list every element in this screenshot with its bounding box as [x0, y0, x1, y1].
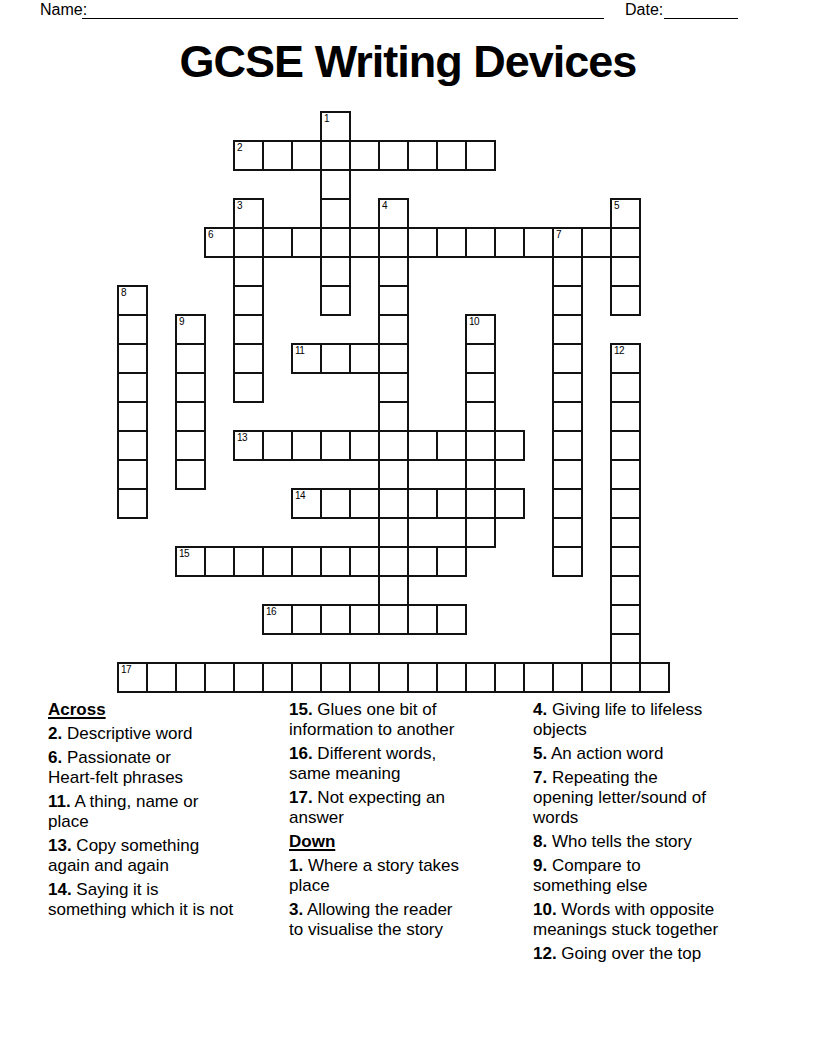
grid-cell-r19c11[interactable] — [436, 662, 467, 693]
clue-number-11: 11. — [48, 792, 71, 811]
grid-cell-r1c4[interactable]: 2 — [233, 140, 264, 171]
grid-cell-r4c9[interactable] — [378, 227, 409, 258]
clue-number-badge-2: 2 — [237, 142, 242, 153]
grid-cell-r4c14[interactable] — [523, 227, 554, 258]
grid-cell-r19c16[interactable] — [581, 662, 612, 693]
clue-2: 2. Descriptive word — [48, 724, 233, 744]
grid-cell-r5c15[interactable] — [552, 256, 583, 287]
grid-cell-r15c8[interactable] — [349, 546, 380, 577]
grid-cell-r12c12[interactable] — [465, 459, 496, 490]
grid-cell-r17c5[interactable]: 16 — [262, 604, 293, 635]
grid-cell-r3c7[interactable] — [320, 198, 351, 229]
grid-cell-r10c12[interactable] — [465, 401, 496, 432]
clue-number-badge-5: 5 — [614, 200, 619, 211]
clue-number-badge-16: 16 — [266, 606, 276, 617]
grid-cell-r15c10[interactable] — [407, 546, 438, 577]
grid-cell-r11c8[interactable] — [349, 430, 380, 461]
grid-cell-r19c12[interactable] — [465, 662, 496, 693]
clue-number-6: 6. — [48, 748, 62, 767]
grid-cell-r15c3[interactable] — [204, 546, 235, 577]
grid-cell-r3c17[interactable]: 5 — [610, 198, 641, 229]
grid-cell-r4c6[interactable] — [291, 227, 322, 258]
grid-cell-r6c0[interactable]: 8 — [117, 285, 148, 316]
grid-cell-r4c8[interactable] — [349, 227, 380, 258]
grid-cell-r17c8[interactable] — [349, 604, 380, 635]
grid-cell-r2c7[interactable] — [320, 169, 351, 200]
clues-column-right: 4. Giving life to lifeless objects5. An … — [533, 700, 718, 968]
name-label: Name: — [40, 1, 87, 19]
clues-heading-down: Down — [289, 832, 459, 852]
clue-5: 5. An action word — [533, 744, 718, 764]
clue-number-badge-13: 13 — [237, 432, 247, 443]
clue-number-badge-14: 14 — [295, 490, 305, 501]
clue-11: 11. A thing, name or place — [48, 792, 233, 832]
clue-number-badge-15: 15 — [179, 548, 189, 559]
grid-cell-r12c2[interactable] — [175, 459, 206, 490]
grid-cell-r17c6[interactable] — [291, 604, 322, 635]
clue-7: 7. Repeating the opening letter/sound of… — [533, 768, 718, 828]
grid-cell-r6c7[interactable] — [320, 285, 351, 316]
grid-cell-r19c5[interactable] — [262, 662, 293, 693]
grid-cell-r6c9[interactable] — [378, 285, 409, 316]
grid-cell-r7c9[interactable] — [378, 314, 409, 345]
grid-cell-r8c7[interactable] — [320, 343, 351, 374]
grid-cell-r4c17[interactable] — [610, 227, 641, 258]
grid-cell-r15c6[interactable] — [291, 546, 322, 577]
grid-cell-r11c15[interactable] — [552, 430, 583, 461]
clue-number-13: 13. — [48, 836, 72, 855]
clue-16: 16. Different words, same meaning — [289, 744, 459, 784]
grid-cell-r19c17[interactable] — [610, 662, 641, 693]
grid-cell-r11c17[interactable] — [610, 430, 641, 461]
grid-cell-r8c2[interactable] — [175, 343, 206, 374]
clues-column-left: Across2. Descriptive word6. Passionate o… — [48, 700, 233, 924]
worksheet-page: Name: Date: GCSE Writing Devices 1234567… — [0, 0, 816, 1056]
grid-cell-r19c15[interactable] — [552, 662, 583, 693]
grid-cell-r14c15[interactable] — [552, 517, 583, 548]
clue-number-badge-3: 3 — [237, 200, 242, 211]
clues-column-middle: 15. Glues one bit of information to anot… — [289, 700, 459, 944]
grid-cell-r11c4[interactable]: 13 — [233, 430, 264, 461]
clue-number-9: 9. — [533, 856, 547, 875]
grid-cell-r5c17[interactable] — [610, 256, 641, 287]
grid-cell-r16c9[interactable] — [378, 575, 409, 606]
grid-cell-r9c15[interactable] — [552, 372, 583, 403]
date-label: Date: — [625, 1, 663, 19]
grid-cell-r19c1[interactable] — [146, 662, 177, 693]
grid-cell-r16c17[interactable] — [610, 575, 641, 606]
grid-cell-r4c10[interactable] — [407, 227, 438, 258]
grid-cell-r9c2[interactable] — [175, 372, 206, 403]
grid-cell-r3c9[interactable]: 4 — [378, 198, 409, 229]
grid-cell-r4c13[interactable] — [494, 227, 525, 258]
grid-cell-r12c9[interactable] — [378, 459, 409, 490]
grid-cell-r8c12[interactable] — [465, 343, 496, 374]
grid-cell-r4c15[interactable]: 7 — [552, 227, 583, 258]
grid-cell-r1c12[interactable] — [465, 140, 496, 171]
grid-cell-r12c15[interactable] — [552, 459, 583, 490]
grid-cell-r11c7[interactable] — [320, 430, 351, 461]
grid-cell-r9c4[interactable] — [233, 372, 264, 403]
grid-cell-r1c9[interactable] — [378, 140, 409, 171]
grid-cell-r10c17[interactable] — [610, 401, 641, 432]
clue-12: 12. Going over the top — [533, 944, 718, 964]
grid-cell-r19c9[interactable] — [378, 662, 409, 693]
grid-cell-r8c0[interactable] — [117, 343, 148, 374]
grid-cell-r5c9[interactable] — [378, 256, 409, 287]
clue-number-badge-11: 11 — [295, 345, 304, 356]
grid-cell-r11c10[interactable] — [407, 430, 438, 461]
clue-number-7: 7. — [533, 768, 547, 787]
grid-cell-r13c7[interactable] — [320, 488, 351, 519]
grid-cell-r18c17[interactable] — [610, 633, 641, 664]
clue-17: 17. Not expecting an answer — [289, 788, 459, 828]
grid-cell-r12c17[interactable] — [610, 459, 641, 490]
grid-cell-r4c4[interactable] — [233, 227, 264, 258]
grid-cell-r7c12[interactable]: 10 — [465, 314, 496, 345]
grid-cell-r15c4[interactable] — [233, 546, 264, 577]
clues-heading-across: Across — [48, 700, 233, 720]
grid-cell-r11c11[interactable] — [436, 430, 467, 461]
grid-cell-r11c13[interactable] — [494, 430, 525, 461]
clue-number-5: 5. — [533, 744, 547, 763]
grid-cell-r8c6[interactable]: 11 — [291, 343, 322, 374]
grid-cell-r13c13[interactable] — [494, 488, 525, 519]
date-field-line[interactable] — [664, 0, 738, 19]
crossword-grid: 1234567891011121314151617 — [117, 111, 670, 693]
grid-cell-r15c5[interactable] — [262, 546, 293, 577]
grid-cell-r10c9[interactable] — [378, 401, 409, 432]
clue-number-badge-17: 17 — [121, 664, 131, 675]
clue-14: 14. Saying it is something which it is n… — [48, 880, 233, 920]
clue-15: 15. Glues one bit of information to anot… — [289, 700, 459, 740]
grid-cell-r4c3[interactable]: 6 — [204, 227, 235, 258]
grid-cell-r1c6[interactable] — [291, 140, 322, 171]
grid-cell-r14c17[interactable] — [610, 517, 641, 548]
clue-number-10: 10. — [533, 900, 557, 919]
clue-10: 10. Words with opposite meanings stuck t… — [533, 900, 718, 940]
grid-cell-r10c15[interactable] — [552, 401, 583, 432]
grid-cell-r6c4[interactable] — [233, 285, 264, 316]
clue-8: 8. Who tells the story — [533, 832, 718, 852]
grid-cell-r17c11[interactable] — [436, 604, 467, 635]
grid-cell-r1c5[interactable] — [262, 140, 293, 171]
grid-cell-r1c7[interactable] — [320, 140, 351, 171]
clue-number-17: 17. — [289, 788, 313, 807]
grid-cell-r13c0[interactable] — [117, 488, 148, 519]
grid-cell-r4c11[interactable] — [436, 227, 467, 258]
grid-cell-r15c15[interactable] — [552, 546, 583, 577]
clue-number-15: 15. — [289, 700, 313, 719]
clue-number-12: 12. — [533, 944, 557, 963]
grid-cell-r15c7[interactable] — [320, 546, 351, 577]
grid-cell-r19c14[interactable] — [523, 662, 554, 693]
clue-number-3: 3. — [289, 900, 303, 919]
name-field-line[interactable] — [82, 0, 604, 19]
grid-cell-r13c11[interactable] — [436, 488, 467, 519]
grid-cell-r19c18[interactable] — [639, 662, 670, 693]
grid-cell-r11c2[interactable] — [175, 430, 206, 461]
grid-cell-r19c4[interactable] — [233, 662, 264, 693]
grid-cell-r13c17[interactable] — [610, 488, 641, 519]
grid-cell-r13c10[interactable] — [407, 488, 438, 519]
grid-cell-r3c4[interactable]: 3 — [233, 198, 264, 229]
grid-cell-r6c17[interactable] — [610, 285, 641, 316]
grid-cell-r4c12[interactable] — [465, 227, 496, 258]
clue-number-badge-10: 10 — [469, 316, 479, 327]
grid-cell-r8c15[interactable] — [552, 343, 583, 374]
clue-number-badge-6: 6 — [208, 229, 213, 240]
grid-cell-r19c6[interactable] — [291, 662, 322, 693]
clue-number-badge-7: 7 — [556, 229, 561, 240]
clue-number-16: 16. — [289, 744, 313, 763]
grid-cell-r13c12[interactable] — [465, 488, 496, 519]
grid-cell-r11c12[interactable] — [465, 430, 496, 461]
grid-cell-r12c0[interactable] — [117, 459, 148, 490]
grid-cell-r0c7[interactable]: 1 — [320, 111, 351, 142]
grid-cell-r13c9[interactable] — [378, 488, 409, 519]
grid-cell-r15c2[interactable]: 15 — [175, 546, 206, 577]
grid-cell-r4c7[interactable] — [320, 227, 351, 258]
grid-cell-r11c6[interactable] — [291, 430, 322, 461]
grid-cell-r19c10[interactable] — [407, 662, 438, 693]
grid-cell-r15c17[interactable] — [610, 546, 641, 577]
grid-cell-r9c12[interactable] — [465, 372, 496, 403]
grid-cell-r17c10[interactable] — [407, 604, 438, 635]
grid-cell-r15c11[interactable] — [436, 546, 467, 577]
grid-cell-r6c15[interactable] — [552, 285, 583, 316]
clue-number-4: 4. — [533, 700, 547, 719]
grid-cell-r9c17[interactable] — [610, 372, 641, 403]
grid-cell-r7c2[interactable]: 9 — [175, 314, 206, 345]
grid-cell-r17c7[interactable] — [320, 604, 351, 635]
page-title: GCSE Writing Devices — [0, 36, 816, 88]
grid-cell-r8c17[interactable]: 12 — [610, 343, 641, 374]
grid-cell-r9c9[interactable] — [378, 372, 409, 403]
grid-cell-r19c0[interactable]: 17 — [117, 662, 148, 693]
clue-number-badge-12: 12 — [614, 345, 624, 356]
clue-number-14: 14. — [48, 880, 72, 899]
grid-cell-r14c9[interactable] — [378, 517, 409, 548]
grid-cell-r7c15[interactable] — [552, 314, 583, 345]
grid-cell-r1c11[interactable] — [436, 140, 467, 171]
grid-cell-r8c9[interactable] — [378, 343, 409, 374]
grid-cell-r13c8[interactable] — [349, 488, 380, 519]
clue-number-1: 1. — [289, 856, 303, 875]
grid-cell-r4c5[interactable] — [262, 227, 293, 258]
clue-number-badge-4: 4 — [382, 200, 387, 211]
clue-number-badge-8: 8 — [121, 287, 126, 298]
grid-cell-r9c0[interactable] — [117, 372, 148, 403]
grid-cell-r17c17[interactable] — [610, 604, 641, 635]
clue-number-8: 8. — [533, 832, 547, 851]
grid-cell-r7c4[interactable] — [233, 314, 264, 345]
grid-cell-r1c10[interactable] — [407, 140, 438, 171]
grid-cell-r19c8[interactable] — [349, 662, 380, 693]
grid-cell-r11c0[interactable] — [117, 430, 148, 461]
grid-cell-r19c7[interactable] — [320, 662, 351, 693]
clue-6: 6. Passionate or Heart-felt phrases — [48, 748, 233, 788]
grid-cell-r11c5[interactable] — [262, 430, 293, 461]
clue-9: 9. Compare to something else — [533, 856, 718, 896]
grid-cell-r8c8[interactable] — [349, 343, 380, 374]
clue-number-badge-9: 9 — [179, 316, 184, 327]
grid-cell-r17c9[interactable] — [378, 604, 409, 635]
grid-cell-r8c4[interactable] — [233, 343, 264, 374]
grid-cell-r14c12[interactable] — [465, 517, 496, 548]
grid-cell-r10c2[interactable] — [175, 401, 206, 432]
grid-cell-r10c0[interactable] — [117, 401, 148, 432]
grid-cell-r5c4[interactable] — [233, 256, 264, 287]
grid-cell-r7c0[interactable] — [117, 314, 148, 345]
grid-cell-r15c9[interactable] — [378, 546, 409, 577]
clue-13: 13. Copy something again and again — [48, 836, 233, 876]
grid-cell-r13c15[interactable] — [552, 488, 583, 519]
grid-cell-r5c7[interactable] — [320, 256, 351, 287]
grid-cell-r19c3[interactable] — [204, 662, 235, 693]
clue-number-badge-1: 1 — [324, 113, 329, 124]
clue-1: 1. Where a story takes place — [289, 856, 459, 896]
clue-4: 4. Giving life to lifeless objects — [533, 700, 718, 740]
grid-cell-r13c6[interactable]: 14 — [291, 488, 322, 519]
grid-cell-r1c8[interactable] — [349, 140, 380, 171]
clue-number-2: 2. — [48, 724, 62, 743]
grid-cell-r19c2[interactable] — [175, 662, 206, 693]
grid-cell-r4c16[interactable] — [581, 227, 612, 258]
grid-cell-r11c9[interactable] — [378, 430, 409, 461]
clue-3: 3. Allowing the reader to visualise the … — [289, 900, 459, 940]
grid-cell-r19c13[interactable] — [494, 662, 525, 693]
